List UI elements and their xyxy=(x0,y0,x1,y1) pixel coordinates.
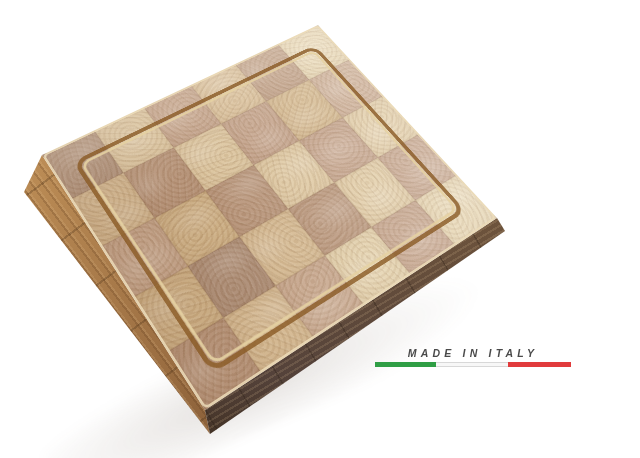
made-in-italy-badge: MADE IN ITALY xyxy=(375,347,571,367)
flag-red-segment xyxy=(508,362,571,367)
made-in-italy-text: MADE IN ITALY xyxy=(375,347,571,359)
flag-green-segment xyxy=(375,362,436,367)
flag-white-segment xyxy=(436,362,509,367)
product-photo: MADE IN ITALY xyxy=(0,0,640,458)
italy-flag-bar xyxy=(375,362,571,367)
